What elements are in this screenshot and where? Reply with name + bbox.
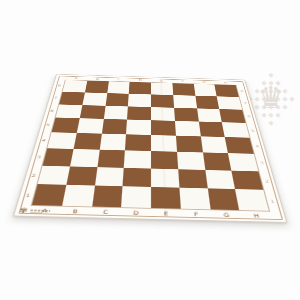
- square-h5: [222, 122, 249, 137]
- square-b3: [70, 149, 99, 167]
- square-d1: [121, 186, 151, 208]
- square-c4: [99, 134, 126, 151]
- file-label: H: [240, 211, 272, 220]
- square-h6: [219, 109, 245, 123]
- square-h4: [225, 137, 254, 154]
- square-h8: [215, 85, 239, 97]
- square-d6: [127, 106, 151, 120]
- square-a4: [47, 132, 76, 149]
- square-f7: [173, 95, 197, 108]
- file-label: G: [211, 210, 242, 219]
- square-b5: [77, 118, 104, 133]
- square-e4: [151, 135, 177, 152]
- square-g7: [195, 96, 219, 109]
- square-f2: [178, 169, 207, 189]
- maker-stamp-text-bars: [30, 209, 50, 213]
- square-g4: [200, 136, 228, 153]
- watermark-queen-icon: ♛: [258, 83, 285, 113]
- square-e8: [151, 83, 173, 95]
- square-b1: [62, 185, 95, 206]
- square-c7: [105, 93, 129, 106]
- square-h1: [235, 189, 268, 211]
- chess-mat: ABCDEFGH ABCDEFGH 12345678 12345678 ✾: [13, 74, 288, 223]
- watermark-diamond-icon: ◆: [290, 96, 295, 103]
- square-e6: [151, 107, 175, 121]
- square-f5: [175, 121, 201, 136]
- square-h7: [217, 96, 242, 109]
- square-b6: [79, 105, 105, 119]
- stamp-text-bar: [30, 212, 43, 213]
- square-c8: [107, 81, 130, 93]
- square-g3: [202, 152, 231, 170]
- square-g2: [205, 170, 236, 190]
- square-f3: [177, 152, 205, 170]
- square-d8: [129, 82, 151, 94]
- square-a2: [38, 165, 70, 185]
- square-g5: [198, 122, 225, 137]
- maker-crest-stamp: ✾: [18, 207, 50, 215]
- square-a3: [43, 148, 74, 166]
- square-f1: [179, 188, 210, 210]
- square-b7: [82, 92, 107, 105]
- square-d3: [124, 150, 151, 168]
- watermark-diamond-icon: ◆: [269, 72, 274, 79]
- square-f8: [172, 83, 195, 95]
- file-label: D: [120, 208, 151, 217]
- square-d2: [123, 167, 151, 187]
- square-b8: [85, 81, 109, 93]
- square-g8: [193, 84, 216, 96]
- square-e3: [151, 151, 178, 169]
- square-d7: [128, 94, 151, 107]
- square-c3: [97, 150, 125, 168]
- square-a6: [56, 104, 83, 118]
- maker-stamp-icon: ✾: [18, 207, 28, 214]
- square-c2: [94, 167, 124, 187]
- square-c1: [92, 186, 123, 207]
- watermark-diamond-icon: ◆: [269, 120, 274, 127]
- file-label: B: [59, 207, 91, 216]
- square-e5: [151, 120, 176, 135]
- square-a1: [32, 184, 66, 205]
- square-a7: [59, 92, 85, 105]
- square-a8: [63, 80, 88, 92]
- file-label: C: [90, 207, 121, 216]
- file-label: E: [151, 209, 181, 218]
- square-e2: [151, 168, 179, 188]
- square-f6: [174, 107, 199, 121]
- square-b2: [66, 166, 97, 186]
- square-d4: [125, 134, 151, 151]
- square-e7: [151, 94, 174, 107]
- chess-board-3d: ABCDEFGH ABCDEFGH 12345678 12345678 ✾: [13, 74, 288, 223]
- square-a5: [52, 118, 80, 133]
- square-b4: [73, 133, 101, 150]
- square-e1: [151, 187, 181, 209]
- square-h3: [228, 153, 258, 171]
- playing-area: [31, 80, 271, 212]
- square-c6: [103, 106, 128, 120]
- product-photo-scene: ♛ ◆◆◆◆◆◆◆◆◆◆◆◆◆◆◆◆◆◆◆◆◆◆◆◆◆ ABCDEFGH ABC…: [0, 0, 300, 300]
- square-g6: [197, 108, 222, 122]
- square-d5: [126, 120, 151, 135]
- square-c5: [101, 119, 127, 134]
- file-label: F: [181, 210, 212, 219]
- square-f4: [176, 136, 203, 153]
- square-h2: [232, 170, 264, 190]
- square-g1: [207, 189, 239, 211]
